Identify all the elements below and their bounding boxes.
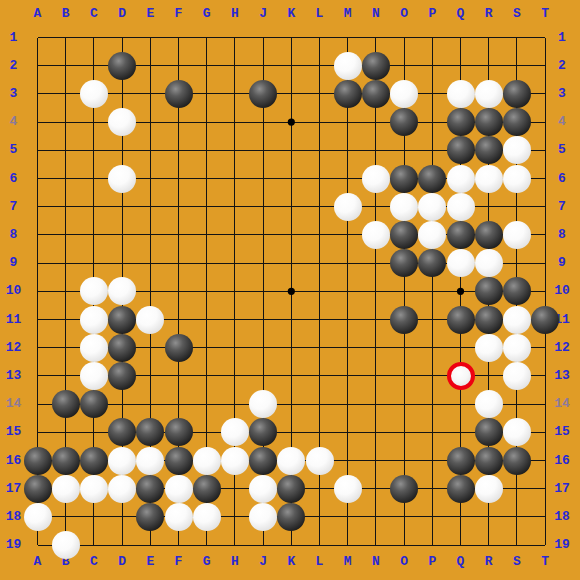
row-label-right-16: 16 <box>548 452 576 470</box>
stone-white-H16 <box>221 447 249 475</box>
stone-white-O3 <box>390 80 418 108</box>
stone-white-G16 <box>193 447 221 475</box>
row-label-right-3: 3 <box>548 85 576 103</box>
stone-black-S16 <box>503 447 531 475</box>
row-label-right-18: 18 <box>548 508 576 526</box>
stone-white-S11 <box>503 306 531 334</box>
col-label-bottom-T: T <box>531 553 559 571</box>
col-label-top-R: R <box>475 5 503 23</box>
col-label-top-S: S <box>503 5 531 23</box>
col-label-top-J: J <box>249 5 277 23</box>
stone-black-Q4 <box>447 108 475 136</box>
row-label-right-9: 9 <box>548 254 576 272</box>
stone-black-B16 <box>52 447 80 475</box>
row-label-right-10: 10 <box>548 282 576 300</box>
stone-black-R16 <box>475 447 503 475</box>
stone-black-R8 <box>475 221 503 249</box>
stone-white-E11 <box>136 306 164 334</box>
col-label-bottom-R: R <box>475 553 503 571</box>
stone-black-K18 <box>277 503 305 531</box>
stone-black-Q11 <box>447 306 475 334</box>
stone-black-Q8 <box>447 221 475 249</box>
stone-white-M7 <box>334 193 362 221</box>
stone-black-B14 <box>52 390 80 418</box>
col-label-bottom-A: A <box>24 553 52 571</box>
col-label-top-D: D <box>108 5 136 23</box>
stone-white-S15 <box>503 418 531 446</box>
stone-black-C16 <box>80 447 108 475</box>
stone-white-F17 <box>165 475 193 503</box>
stone-black-Q16 <box>447 447 475 475</box>
stone-black-R4 <box>475 108 503 136</box>
stone-white-R12 <box>475 334 503 362</box>
row-label-right-13: 13 <box>548 367 576 385</box>
stone-white-S8 <box>503 221 531 249</box>
row-label-right-14: 14 <box>548 395 576 413</box>
stone-white-K16 <box>277 447 305 475</box>
stone-white-M17 <box>334 475 362 503</box>
stone-black-T11 <box>531 306 559 334</box>
stone-white-N8 <box>362 221 390 249</box>
row-label-left-14: 14 <box>0 395 27 413</box>
stone-black-N3 <box>362 80 390 108</box>
col-label-top-Q: Q <box>447 5 475 23</box>
stone-white-L16 <box>306 447 334 475</box>
row-label-left-13: 13 <box>0 367 27 385</box>
col-label-bottom-N: N <box>362 553 390 571</box>
stone-white-G18 <box>193 503 221 531</box>
col-label-top-F: F <box>165 5 193 23</box>
stone-black-O11 <box>390 306 418 334</box>
stone-white-C13 <box>80 362 108 390</box>
star-point-Q10 <box>457 288 464 295</box>
stone-white-Q7 <box>447 193 475 221</box>
stone-white-R6 <box>475 165 503 193</box>
stone-white-D16 <box>108 447 136 475</box>
stone-white-A18 <box>24 503 52 531</box>
row-label-left-4: 4 <box>0 113 27 131</box>
stone-white-C11 <box>80 306 108 334</box>
stone-white-R3 <box>475 80 503 108</box>
row-label-left-15: 15 <box>0 423 27 441</box>
stone-black-O9 <box>390 249 418 277</box>
row-label-right-4: 4 <box>548 113 576 131</box>
stone-white-O7 <box>390 193 418 221</box>
row-label-left-16: 16 <box>0 452 27 470</box>
stone-white-C3 <box>80 80 108 108</box>
col-label-bottom-J: J <box>249 553 277 571</box>
star-point-K10 <box>288 288 295 295</box>
col-label-top-C: C <box>80 5 108 23</box>
col-label-top-H: H <box>221 5 249 23</box>
row-label-right-5: 5 <box>548 141 576 159</box>
stone-white-J14 <box>249 390 277 418</box>
row-label-right-17: 17 <box>548 480 576 498</box>
stone-black-S3 <box>503 80 531 108</box>
stone-white-N6 <box>362 165 390 193</box>
stone-black-K17 <box>277 475 305 503</box>
stone-white-Q6 <box>447 165 475 193</box>
row-label-right-15: 15 <box>548 423 576 441</box>
stone-black-N2 <box>362 52 390 80</box>
row-label-left-1: 1 <box>0 29 27 47</box>
stone-black-E17 <box>136 475 164 503</box>
stone-black-R5 <box>475 136 503 164</box>
stone-white-S5 <box>503 136 531 164</box>
stone-black-J16 <box>249 447 277 475</box>
row-label-left-3: 3 <box>0 85 27 103</box>
row-label-left-7: 7 <box>0 198 27 216</box>
row-label-right-6: 6 <box>548 170 576 188</box>
stone-white-S12 <box>503 334 531 362</box>
row-label-left-2: 2 <box>0 57 27 75</box>
stone-white-J17 <box>249 475 277 503</box>
stone-white-J18 <box>249 503 277 531</box>
col-label-bottom-H: H <box>221 553 249 571</box>
stone-white-D6 <box>108 165 136 193</box>
stone-black-Q5 <box>447 136 475 164</box>
stone-white-R17 <box>475 475 503 503</box>
stone-white-P8 <box>418 221 446 249</box>
stone-white-B19 <box>52 531 80 559</box>
stone-white-B17 <box>52 475 80 503</box>
col-label-bottom-L: L <box>306 553 334 571</box>
row-label-right-12: 12 <box>548 339 576 357</box>
stone-black-J3 <box>249 80 277 108</box>
row-label-left-5: 5 <box>0 141 27 159</box>
col-label-top-T: T <box>531 5 559 23</box>
stone-black-E18 <box>136 503 164 531</box>
row-label-left-19: 19 <box>0 536 27 554</box>
col-label-top-B: B <box>52 5 80 23</box>
col-label-bottom-C: C <box>80 553 108 571</box>
row-label-right-7: 7 <box>548 198 576 216</box>
row-label-left-10: 10 <box>0 282 27 300</box>
stone-black-D2 <box>108 52 136 80</box>
row-label-left-12: 12 <box>0 339 27 357</box>
col-label-bottom-S: S <box>503 553 531 571</box>
stone-black-O4 <box>390 108 418 136</box>
row-label-left-17: 17 <box>0 480 27 498</box>
row-label-right-8: 8 <box>548 226 576 244</box>
stone-white-D4 <box>108 108 136 136</box>
stone-white-S6 <box>503 165 531 193</box>
stone-white-F18 <box>165 503 193 531</box>
stone-white-M2 <box>334 52 362 80</box>
row-label-left-11: 11 <box>0 311 27 329</box>
row-label-right-1: 1 <box>548 29 576 47</box>
stone-black-F16 <box>165 447 193 475</box>
row-label-left-6: 6 <box>0 170 27 188</box>
stone-white-R14 <box>475 390 503 418</box>
stone-white-R9 <box>475 249 503 277</box>
row-label-right-19: 19 <box>548 536 576 554</box>
stone-white-E16 <box>136 447 164 475</box>
col-label-top-O: O <box>390 5 418 23</box>
col-label-bottom-M: M <box>334 553 362 571</box>
col-label-bottom-G: G <box>193 553 221 571</box>
col-label-top-A: A <box>24 5 52 23</box>
col-label-bottom-K: K <box>277 553 305 571</box>
stone-black-P6 <box>418 165 446 193</box>
row-label-left-9: 9 <box>0 254 27 272</box>
stone-black-R11 <box>475 306 503 334</box>
stone-black-R15 <box>475 418 503 446</box>
stone-white-Q3 <box>447 80 475 108</box>
col-label-bottom-F: F <box>165 553 193 571</box>
stone-black-Q17 <box>447 475 475 503</box>
col-label-top-G: G <box>193 5 221 23</box>
col-label-bottom-Q: Q <box>447 553 475 571</box>
stone-black-S4 <box>503 108 531 136</box>
stone-white-S13 <box>503 362 531 390</box>
go-board: AABBCCDDEEFFGGHHJJKKLLMMNNOOPPQQRRSSTT11… <box>0 0 580 580</box>
stone-white-C12 <box>80 334 108 362</box>
stone-black-F3 <box>165 80 193 108</box>
col-label-top-E: E <box>136 5 164 23</box>
col-label-top-P: P <box>418 5 446 23</box>
stone-white-Q9 <box>447 249 475 277</box>
stone-black-O17 <box>390 475 418 503</box>
stone-black-O6 <box>390 165 418 193</box>
stone-black-D12 <box>108 334 136 362</box>
row-label-right-2: 2 <box>548 57 576 75</box>
stone-black-R10 <box>475 277 503 305</box>
col-label-bottom-E: E <box>136 553 164 571</box>
stone-white-C17 <box>80 475 108 503</box>
stone-black-C14 <box>80 390 108 418</box>
stone-black-F15 <box>165 418 193 446</box>
star-point-K4 <box>288 119 295 126</box>
stone-black-S10 <box>503 277 531 305</box>
col-label-top-N: N <box>362 5 390 23</box>
stone-white-D17 <box>108 475 136 503</box>
stone-white-C10 <box>80 277 108 305</box>
stone-black-A17 <box>24 475 52 503</box>
stone-black-D13 <box>108 362 136 390</box>
col-label-top-M: M <box>334 5 362 23</box>
stone-white-last-move-Q13 <box>447 362 475 390</box>
col-label-top-K: K <box>277 5 305 23</box>
stone-black-D11 <box>108 306 136 334</box>
col-label-bottom-P: P <box>418 553 446 571</box>
stone-black-G17 <box>193 475 221 503</box>
stone-black-A16 <box>24 447 52 475</box>
stone-black-M3 <box>334 80 362 108</box>
stone-white-H15 <box>221 418 249 446</box>
stone-white-P7 <box>418 193 446 221</box>
col-label-top-L: L <box>306 5 334 23</box>
row-label-left-8: 8 <box>0 226 27 244</box>
stone-black-F12 <box>165 334 193 362</box>
row-label-left-18: 18 <box>0 508 27 526</box>
stone-black-O8 <box>390 221 418 249</box>
col-label-bottom-O: O <box>390 553 418 571</box>
col-label-bottom-D: D <box>108 553 136 571</box>
